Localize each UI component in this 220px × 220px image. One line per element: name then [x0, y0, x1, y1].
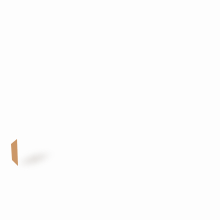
knob-layer — [0, 0, 220, 220]
product-photo-cylinder-block — [0, 0, 220, 220]
